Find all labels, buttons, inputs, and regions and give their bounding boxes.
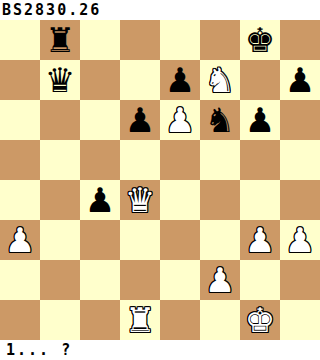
square-h8[interactable] xyxy=(280,20,320,60)
piece-black-rook: ♜ xyxy=(45,20,75,60)
piece-white-pawn: ♟ xyxy=(205,260,235,300)
chess-board: ♜♚♛♟♞♟♟♟♞♟♟♛♟♟♟♟♜♚ xyxy=(0,20,320,340)
square-b5[interactable] xyxy=(40,140,80,180)
square-a6[interactable] xyxy=(0,100,40,140)
square-g3[interactable]: ♟ xyxy=(240,220,280,260)
piece-white-pawn: ♟ xyxy=(165,100,195,140)
piece-white-rook: ♜ xyxy=(125,300,155,340)
square-g2[interactable] xyxy=(240,260,280,300)
piece-white-pawn: ♟ xyxy=(285,220,315,260)
square-c3[interactable] xyxy=(80,220,120,260)
square-f1[interactable] xyxy=(200,300,240,340)
square-d7[interactable] xyxy=(120,60,160,100)
piece-black-pawn: ♟ xyxy=(125,100,155,140)
piece-black-king: ♚ xyxy=(245,20,275,60)
square-d5[interactable] xyxy=(120,140,160,180)
square-e1[interactable] xyxy=(160,300,200,340)
square-d6[interactable]: ♟ xyxy=(120,100,160,140)
square-e2[interactable] xyxy=(160,260,200,300)
square-e5[interactable] xyxy=(160,140,200,180)
square-a3[interactable]: ♟ xyxy=(0,220,40,260)
square-h1[interactable] xyxy=(280,300,320,340)
square-c5[interactable] xyxy=(80,140,120,180)
square-d8[interactable] xyxy=(120,20,160,60)
square-c8[interactable] xyxy=(80,20,120,60)
square-b4[interactable] xyxy=(40,180,80,220)
square-b2[interactable] xyxy=(40,260,80,300)
square-h6[interactable] xyxy=(280,100,320,140)
piece-black-pawn: ♟ xyxy=(245,100,275,140)
square-e7[interactable]: ♟ xyxy=(160,60,200,100)
square-e8[interactable] xyxy=(160,20,200,60)
square-d4[interactable]: ♛ xyxy=(120,180,160,220)
piece-black-knight: ♞ xyxy=(205,100,235,140)
piece-black-pawn: ♟ xyxy=(285,60,315,100)
square-b6[interactable] xyxy=(40,100,80,140)
square-h2[interactable] xyxy=(280,260,320,300)
square-f5[interactable] xyxy=(200,140,240,180)
square-g7[interactable] xyxy=(240,60,280,100)
square-g6[interactable]: ♟ xyxy=(240,100,280,140)
square-h3[interactable]: ♟ xyxy=(280,220,320,260)
square-a1[interactable] xyxy=(0,300,40,340)
square-a5[interactable] xyxy=(0,140,40,180)
piece-white-queen: ♛ xyxy=(125,180,155,220)
square-d2[interactable] xyxy=(120,260,160,300)
square-d3[interactable] xyxy=(120,220,160,260)
square-h7[interactable]: ♟ xyxy=(280,60,320,100)
square-h5[interactable] xyxy=(280,140,320,180)
piece-white-pawn: ♟ xyxy=(5,220,35,260)
piece-white-pawn: ♟ xyxy=(245,220,275,260)
piece-black-pawn: ♟ xyxy=(165,60,195,100)
square-b7[interactable]: ♛ xyxy=(40,60,80,100)
square-e3[interactable] xyxy=(160,220,200,260)
square-f7[interactable]: ♞ xyxy=(200,60,240,100)
square-c6[interactable] xyxy=(80,100,120,140)
square-c2[interactable] xyxy=(80,260,120,300)
square-b3[interactable] xyxy=(40,220,80,260)
square-a2[interactable] xyxy=(0,260,40,300)
square-g1[interactable]: ♚ xyxy=(240,300,280,340)
square-f4[interactable] xyxy=(200,180,240,220)
square-h4[interactable] xyxy=(280,180,320,220)
square-e4[interactable] xyxy=(160,180,200,220)
piece-white-knight: ♞ xyxy=(205,60,235,100)
chess-puzzle-app: BS2830.26 ♜♚♛♟♞♟♟♟♞♟♟♛♟♟♟♟♜♚ 1... ? xyxy=(0,0,320,360)
square-g8[interactable]: ♚ xyxy=(240,20,280,60)
piece-white-king: ♚ xyxy=(245,300,275,340)
square-b8[interactable]: ♜ xyxy=(40,20,80,60)
square-f2[interactable]: ♟ xyxy=(200,260,240,300)
square-g4[interactable] xyxy=(240,180,280,220)
square-a4[interactable] xyxy=(0,180,40,220)
square-c7[interactable] xyxy=(80,60,120,100)
square-b1[interactable] xyxy=(40,300,80,340)
square-f6[interactable]: ♞ xyxy=(200,100,240,140)
square-f8[interactable] xyxy=(200,20,240,60)
piece-black-queen: ♛ xyxy=(45,60,75,100)
piece-black-pawn: ♟ xyxy=(85,180,115,220)
square-a7[interactable] xyxy=(0,60,40,100)
square-c1[interactable] xyxy=(80,300,120,340)
move-prompt: 1... ? xyxy=(0,340,320,360)
square-g5[interactable] xyxy=(240,140,280,180)
square-f3[interactable] xyxy=(200,220,240,260)
square-d1[interactable]: ♜ xyxy=(120,300,160,340)
diagram-title: BS2830.26 xyxy=(0,0,320,20)
square-a8[interactable] xyxy=(0,20,40,60)
square-c4[interactable]: ♟ xyxy=(80,180,120,220)
square-e6[interactable]: ♟ xyxy=(160,100,200,140)
